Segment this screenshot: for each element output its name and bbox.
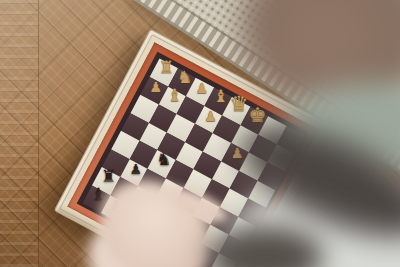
floor-plank: [0, 0, 39, 267]
photo-scene: ♜♞♟♝♛♚♟♝♟♟♞♟♜♟♝♟♚♟: [0, 0, 400, 267]
